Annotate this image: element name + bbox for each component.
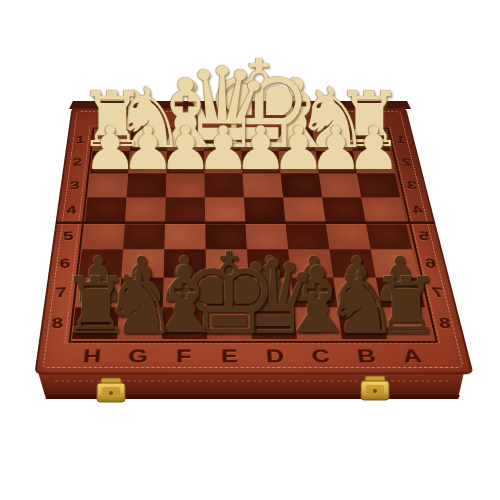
rank-label-4: 4 [412,204,423,216]
product-photo: HGFEDCBA1234567812345678 ♜♞♝♚♛♝♞♜♟♟♟♟♟♟♟… [0,0,500,500]
file-label-f: F [176,347,192,365]
square-g5 [123,223,165,250]
square-a5 [366,223,412,250]
rank-label-8: 8 [438,315,451,330]
square-a2 [353,151,395,174]
square-e5 [205,223,247,250]
square-d8 [250,307,297,339]
square-h6 [79,249,123,277]
square-f5 [164,223,205,250]
square-e1 [204,129,241,151]
rank-label-2: 2 [401,157,411,168]
square-d2 [241,151,280,174]
square-h2 [90,151,130,174]
rank-label-1: 1 [76,135,86,145]
square-h7 [75,278,121,308]
rank-label-6: 6 [60,257,71,270]
square-d7 [248,278,293,308]
square-g7 [119,278,163,308]
file-label-g: G [128,347,149,365]
square-d1 [240,129,278,151]
square-f3 [166,173,205,197]
square-c6 [288,249,333,277]
file-label-h: H [83,347,104,365]
square-h1 [93,129,132,151]
rank-label-6: 6 [424,257,436,270]
rank-label-2: 2 [73,157,83,168]
square-a8 [381,307,432,339]
rank-label-4: 4 [67,204,78,216]
square-a6 [371,249,419,277]
square-g8 [117,307,163,339]
square-c4 [283,197,326,222]
square-e3 [204,173,243,197]
square-h8 [72,307,119,339]
square-c1 [276,129,315,151]
square-h4 [85,197,127,222]
rank-label-8: 8 [52,315,64,330]
file-label-e: E [221,347,239,365]
square-a7 [376,278,425,308]
square-g6 [121,249,164,277]
file-label-b: B [356,347,378,365]
square-e4 [205,197,246,222]
square-h3 [88,173,129,197]
square-e2 [204,151,242,174]
square-f4 [165,197,205,222]
square-e7 [206,278,250,308]
square-c3 [281,173,322,197]
square-b5 [326,223,371,250]
square-e8 [207,307,252,339]
square-b6 [329,249,375,277]
square-b7 [333,278,381,308]
square-e6 [206,249,249,277]
square-f2 [166,151,204,174]
square-d5 [245,223,288,250]
rank-label-3: 3 [70,180,80,191]
square-g2 [128,151,167,174]
brass-latch-right [361,376,389,400]
board-squares [72,129,432,339]
square-b3 [319,173,361,197]
square-c2 [278,151,318,174]
chess-board: HGFEDCBA1234567812345678 [34,108,473,374]
square-a3 [357,173,400,197]
rank-label-5: 5 [63,230,74,243]
rank-label-7: 7 [431,285,443,299]
rank-label-3: 3 [406,180,417,191]
rank-label-7: 7 [56,285,67,299]
square-g4 [125,197,166,222]
square-f1 [167,129,204,151]
square-d3 [243,173,283,197]
square-a1 [349,129,390,151]
square-f6 [164,249,206,277]
square-a4 [361,197,406,222]
rank-label-5: 5 [418,230,429,243]
file-label-d: D [266,347,286,365]
square-b8 [338,307,387,339]
file-label-c: C [311,347,332,365]
square-b4 [322,197,366,222]
square-g1 [130,129,168,151]
rank-label-1: 1 [396,135,406,145]
square-g3 [127,173,167,197]
square-f7 [163,278,207,308]
square-d4 [244,197,286,222]
file-label-a: A [402,347,425,365]
brass-latch-left [97,378,125,402]
square-c8 [294,307,342,339]
square-d6 [247,249,291,277]
square-h5 [82,223,125,250]
fold-seam [55,222,435,224]
square-b1 [313,129,353,151]
square-c7 [291,278,338,308]
square-c5 [286,223,330,250]
square-f8 [162,307,207,339]
square-b2 [316,151,357,174]
